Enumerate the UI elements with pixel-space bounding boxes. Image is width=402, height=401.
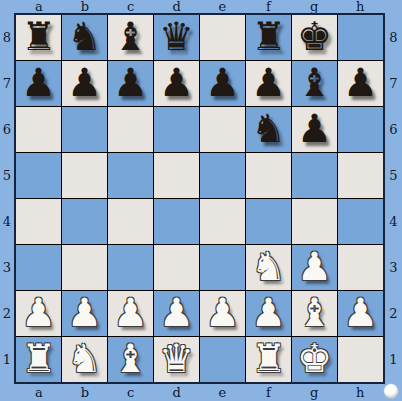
piece-black-knight[interactable]: ♞ <box>67 17 102 56</box>
file-label-bottom-a: a <box>16 383 62 401</box>
rank-label-left-5: 5 <box>0 153 14 199</box>
square-f8[interactable]: ♜ <box>246 15 291 60</box>
piece-white-bishop[interactable]: ♝ <box>297 293 332 332</box>
square-h3[interactable] <box>338 245 383 290</box>
file-label-bottom-e: e <box>200 383 246 401</box>
square-g2[interactable]: ♝ <box>292 291 337 336</box>
square-d4[interactable] <box>154 199 199 244</box>
square-f6[interactable]: ♞ <box>246 107 291 152</box>
square-h5[interactable] <box>338 153 383 198</box>
rank-label-left-7: 7 <box>0 61 14 107</box>
square-f3[interactable]: ♞ <box>246 245 291 290</box>
square-h7[interactable]: ♟ <box>338 61 383 106</box>
square-f4[interactable] <box>246 199 291 244</box>
rank-label-left-1: 1 <box>0 336 14 382</box>
rank-label-right-1: 1 <box>386 336 401 382</box>
square-c5[interactable] <box>108 153 153 198</box>
side-to-move-indicator <box>383 383 399 399</box>
square-e2[interactable]: ♟ <box>200 291 245 336</box>
square-a1[interactable]: ♜ <box>16 337 61 382</box>
file-label-bottom-h: h <box>337 383 383 401</box>
file-labels-top: abcdefgh <box>16 0 383 13</box>
square-a6[interactable] <box>16 107 61 152</box>
square-f7[interactable]: ♟ <box>246 61 291 106</box>
square-d7[interactable]: ♟ <box>154 61 199 106</box>
square-c4[interactable] <box>108 199 153 244</box>
rank-label-left-6: 6 <box>0 107 14 153</box>
rank-labels-left: 87654321 <box>0 15 14 382</box>
square-c3[interactable] <box>108 245 153 290</box>
square-d1[interactable]: ♛ <box>154 337 199 382</box>
square-b5[interactable] <box>62 153 107 198</box>
rank-label-left-8: 8 <box>0 15 14 61</box>
piece-black-pawn[interactable]: ♟ <box>297 109 332 148</box>
chess-board: ♜♞♝♛♜♚♟♟♟♟♟♟♝♟♞♟♞♟♟♟♟♟♟♟♝♟♜♞♝♛♜♚ <box>14 13 385 384</box>
square-h8[interactable] <box>338 15 383 60</box>
square-c1[interactable]: ♝ <box>108 337 153 382</box>
square-g4[interactable] <box>292 199 337 244</box>
piece-black-rook[interactable]: ♜ <box>251 17 286 56</box>
rank-label-right-8: 8 <box>386 15 401 61</box>
square-g3[interactable]: ♟ <box>292 245 337 290</box>
square-a4[interactable] <box>16 199 61 244</box>
square-a8[interactable]: ♜ <box>16 15 61 60</box>
square-d2[interactable]: ♟ <box>154 291 199 336</box>
piece-white-rook[interactable]: ♜ <box>251 339 286 378</box>
square-c8[interactable]: ♝ <box>108 15 153 60</box>
file-label-bottom-g: g <box>291 383 337 401</box>
piece-black-pawn[interactable]: ♟ <box>343 63 378 102</box>
file-label-top-h: h <box>337 0 383 13</box>
piece-white-queen[interactable]: ♛ <box>159 339 194 378</box>
file-label-top-b: b <box>62 0 108 13</box>
square-e5[interactable] <box>200 153 245 198</box>
piece-white-pawn[interactable]: ♟ <box>159 293 194 332</box>
square-g5[interactable] <box>292 153 337 198</box>
square-e8[interactable] <box>200 15 245 60</box>
file-label-top-g: g <box>291 0 337 13</box>
rank-label-left-3: 3 <box>0 244 14 290</box>
rank-label-right-4: 4 <box>386 199 401 245</box>
rank-label-right-3: 3 <box>386 244 401 290</box>
piece-black-pawn[interactable]: ♟ <box>205 63 240 102</box>
square-h6[interactable] <box>338 107 383 152</box>
square-c7[interactable]: ♟ <box>108 61 153 106</box>
file-label-top-f: f <box>245 0 291 13</box>
rank-label-right-6: 6 <box>386 107 401 153</box>
square-b3[interactable] <box>62 245 107 290</box>
file-label-bottom-f: f <box>245 383 291 401</box>
square-b8[interactable]: ♞ <box>62 15 107 60</box>
square-f1[interactable]: ♜ <box>246 337 291 382</box>
square-g8[interactable]: ♚ <box>292 15 337 60</box>
piece-white-knight[interactable]: ♞ <box>67 339 102 378</box>
square-h2[interactable]: ♟ <box>338 291 383 336</box>
file-label-bottom-c: c <box>108 383 154 401</box>
piece-black-pawn[interactable]: ♟ <box>251 63 286 102</box>
square-b6[interactable] <box>62 107 107 152</box>
piece-white-pawn[interactable]: ♟ <box>21 293 56 332</box>
file-label-top-d: d <box>154 0 200 13</box>
piece-white-pawn[interactable]: ♟ <box>67 293 102 332</box>
square-e7[interactable]: ♟ <box>200 61 245 106</box>
rank-label-left-4: 4 <box>0 199 14 245</box>
piece-black-knight[interactable]: ♞ <box>251 109 286 148</box>
square-c2[interactable]: ♟ <box>108 291 153 336</box>
file-label-bottom-b: b <box>62 383 108 401</box>
square-a5[interactable] <box>16 153 61 198</box>
square-h4[interactable] <box>338 199 383 244</box>
square-d5[interactable] <box>154 153 199 198</box>
square-g6[interactable]: ♟ <box>292 107 337 152</box>
piece-white-rook[interactable]: ♜ <box>21 339 56 378</box>
piece-black-bishop[interactable]: ♝ <box>297 63 332 102</box>
piece-black-bishop[interactable]: ♝ <box>113 17 148 56</box>
square-a7[interactable]: ♟ <box>16 61 61 106</box>
piece-black-king[interactable]: ♚ <box>297 17 332 56</box>
square-e4[interactable] <box>200 199 245 244</box>
square-b2[interactable]: ♟ <box>62 291 107 336</box>
square-e3[interactable] <box>200 245 245 290</box>
rank-label-right-7: 7 <box>386 61 401 107</box>
piece-white-pawn[interactable]: ♟ <box>343 293 378 332</box>
piece-white-pawn[interactable]: ♟ <box>297 247 332 286</box>
square-b4[interactable] <box>62 199 107 244</box>
square-c6[interactable] <box>108 107 153 152</box>
rank-labels-right: 87654321 <box>386 15 401 382</box>
piece-black-pawn[interactable]: ♟ <box>113 63 148 102</box>
file-label-top-a: a <box>16 0 62 13</box>
piece-white-bishop[interactable]: ♝ <box>113 339 148 378</box>
piece-white-pawn[interactable]: ♟ <box>113 293 148 332</box>
rank-label-left-2: 2 <box>0 290 14 336</box>
square-d8[interactable]: ♛ <box>154 15 199 60</box>
square-h1[interactable] <box>338 337 383 382</box>
piece-white-pawn[interactable]: ♟ <box>251 293 286 332</box>
piece-white-king[interactable]: ♚ <box>297 339 332 378</box>
piece-black-pawn[interactable]: ♟ <box>21 63 56 102</box>
file-labels-bottom: abcdefgh <box>16 383 383 401</box>
rank-label-right-2: 2 <box>386 290 401 336</box>
file-label-top-c: c <box>108 0 154 13</box>
square-b7[interactable]: ♟ <box>62 61 107 106</box>
square-b1[interactable]: ♞ <box>62 337 107 382</box>
piece-black-rook[interactable]: ♜ <box>21 17 56 56</box>
chess-gui-page: abcdefgh 87654321 ♜♞♝♛♜♚♟♟♟♟♟♟♝♟♞♟♞♟♟♟♟♟… <box>0 0 402 401</box>
square-g7[interactable]: ♝ <box>292 61 337 106</box>
piece-black-pawn[interactable]: ♟ <box>67 63 102 102</box>
file-label-top-e: e <box>200 0 246 13</box>
square-e1[interactable] <box>200 337 245 382</box>
square-a3[interactable] <box>16 245 61 290</box>
square-g1[interactable]: ♚ <box>292 337 337 382</box>
square-d6[interactable] <box>154 107 199 152</box>
square-f2[interactable]: ♟ <box>246 291 291 336</box>
piece-white-knight[interactable]: ♞ <box>251 247 286 286</box>
piece-white-pawn[interactable]: ♟ <box>205 293 240 332</box>
file-label-bottom-d: d <box>154 383 200 401</box>
square-d3[interactable] <box>154 245 199 290</box>
square-f5[interactable] <box>246 153 291 198</box>
piece-black-queen[interactable]: ♛ <box>159 17 194 56</box>
rank-label-right-5: 5 <box>386 153 401 199</box>
piece-black-pawn[interactable]: ♟ <box>159 63 194 102</box>
square-a2[interactable]: ♟ <box>16 291 61 336</box>
square-e6[interactable] <box>200 107 245 152</box>
